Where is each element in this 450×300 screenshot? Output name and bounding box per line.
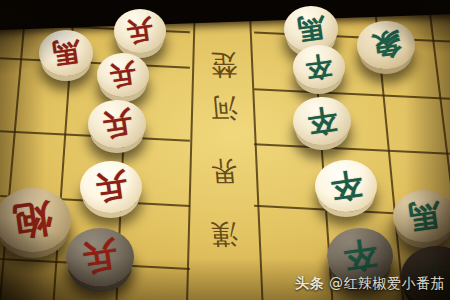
piece-character: 馬 xyxy=(51,38,81,68)
piece-green-soldier[interactable]: 卒 xyxy=(293,45,345,89)
piece-character: 卒 xyxy=(328,168,363,203)
piece-character: 兵 xyxy=(101,108,134,141)
piece-character: 馬 xyxy=(406,198,441,233)
piece-red-soldier[interactable]: 兵 xyxy=(88,100,146,149)
piece-red-soldier[interactable]: 兵 xyxy=(66,228,134,285)
river-character: 漢 xyxy=(200,221,248,248)
piece-red-soldier[interactable]: 兵 xyxy=(80,161,142,213)
piece-character: 兵 xyxy=(108,60,137,89)
piece-character: 卒 xyxy=(304,52,333,81)
piece-character: 兵 xyxy=(93,169,128,204)
piece-character: 兵 xyxy=(125,16,154,45)
piece-green-elephant[interactable]: 象 xyxy=(357,21,415,70)
river-character: 界 xyxy=(200,158,248,185)
watermark-brand: 头条 xyxy=(295,275,324,291)
piece-character: 卒 xyxy=(341,237,378,274)
piece-green-horse[interactable]: 馬 xyxy=(393,190,450,242)
watermark: 头条@红辣椒爱小番茄 xyxy=(295,275,445,293)
piece-character: 馬 xyxy=(296,14,326,44)
piece-red-soldier[interactable]: 兵 xyxy=(114,9,166,53)
river-character: 楚 xyxy=(200,52,248,79)
piece-red-soldier[interactable]: 兵 xyxy=(97,53,149,97)
xiangqi-photo: 楚河界漢 兵馬兵兵兵炮兵馬象卒卒卒馬卒卒 头条@红辣椒爱小番茄 xyxy=(0,0,450,300)
piece-character: 象 xyxy=(370,29,403,62)
piece-character: 兵 xyxy=(81,238,119,276)
piece-character: 炮 xyxy=(12,199,55,242)
piece-red-horse[interactable]: 馬 xyxy=(39,30,93,75)
piece-green-soldier[interactable]: 卒 xyxy=(315,160,377,212)
piece-character: 卒 xyxy=(306,105,339,138)
watermark-handle: @红辣椒爱小番茄 xyxy=(329,275,445,291)
river-character: 河 xyxy=(200,95,248,122)
piece-green-soldier[interactable]: 卒 xyxy=(293,97,351,146)
